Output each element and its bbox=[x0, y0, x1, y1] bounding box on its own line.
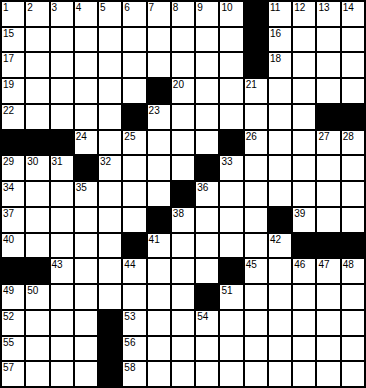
black-cell-r14c5 bbox=[99, 337, 121, 361]
white-cell-r11c14[interactable]: 47 bbox=[317, 259, 339, 283]
clue-number: 43 bbox=[52, 259, 63, 270]
white-cell-r2c14[interactable] bbox=[317, 28, 339, 52]
white-cell-r1c9[interactable]: 9 bbox=[196, 2, 218, 26]
black-cell-r10c6 bbox=[123, 234, 145, 258]
white-cell-r2c1[interactable]: 15 bbox=[2, 28, 24, 52]
black-cell-r5c6 bbox=[123, 105, 145, 129]
white-cell-r10c3[interactable] bbox=[51, 234, 73, 258]
white-cell-r10c2[interactable] bbox=[26, 234, 48, 258]
white-cell-r1c2[interactable]: 2 bbox=[26, 2, 48, 26]
white-cell-r2c3[interactable] bbox=[51, 28, 73, 52]
white-cell-r8c1[interactable]: 34 bbox=[2, 182, 24, 206]
white-cell-r3c9[interactable] bbox=[196, 53, 218, 77]
white-cell-r8c12[interactable] bbox=[269, 182, 291, 206]
white-cell-r5c4[interactable] bbox=[75, 105, 97, 129]
white-cell-r15c8[interactable] bbox=[172, 362, 194, 386]
white-cell-r7c10[interactable]: 33 bbox=[220, 156, 242, 180]
white-cell-r9c13[interactable]: 39 bbox=[293, 208, 315, 232]
clue-number: 8 bbox=[173, 2, 179, 13]
white-cell-r7c13[interactable] bbox=[293, 156, 315, 180]
white-cell-r3c3[interactable] bbox=[51, 53, 73, 77]
white-cell-r6c14[interactable]: 27 bbox=[317, 131, 339, 155]
black-cell-r8c8 bbox=[172, 182, 194, 206]
white-cell-r1c7[interactable]: 7 bbox=[148, 2, 170, 26]
white-cell-r8c3[interactable] bbox=[51, 182, 73, 206]
white-cell-r9c8[interactable]: 38 bbox=[172, 208, 194, 232]
clue-number: 23 bbox=[149, 105, 160, 116]
white-cell-r2c12[interactable]: 16 bbox=[269, 28, 291, 52]
clue-number: 44 bbox=[124, 259, 135, 270]
clue-number: 21 bbox=[246, 79, 257, 90]
white-cell-r14c4[interactable] bbox=[75, 337, 97, 361]
white-cell-r13c15[interactable] bbox=[342, 311, 364, 335]
white-cell-r9c14[interactable] bbox=[317, 208, 339, 232]
white-cell-r12c3[interactable] bbox=[51, 285, 73, 309]
clue-number: 34 bbox=[3, 182, 14, 193]
white-cell-r10c10[interactable] bbox=[220, 234, 242, 258]
white-cell-r2c8[interactable] bbox=[172, 28, 194, 52]
black-cell-r10c13 bbox=[293, 234, 315, 258]
white-cell-r13c13[interactable] bbox=[293, 311, 315, 335]
white-cell-r8c7[interactable] bbox=[148, 182, 170, 206]
white-cell-r3c1[interactable]: 17 bbox=[2, 53, 24, 77]
white-cell-r7c14[interactable] bbox=[317, 156, 339, 180]
white-cell-r6c11[interactable]: 26 bbox=[245, 131, 267, 155]
black-cell-r1c11 bbox=[245, 2, 267, 26]
white-cell-r7c15[interactable] bbox=[342, 156, 364, 180]
white-cell-r10c5[interactable] bbox=[99, 234, 121, 258]
white-cell-r15c13[interactable] bbox=[293, 362, 315, 386]
white-cell-r13c7[interactable] bbox=[148, 311, 170, 335]
white-cell-r5c10[interactable] bbox=[220, 105, 242, 129]
clue-number: 46 bbox=[294, 259, 305, 270]
white-cell-r12c2[interactable]: 50 bbox=[26, 285, 48, 309]
white-cell-r10c8[interactable] bbox=[172, 234, 194, 258]
white-cell-r14c1[interactable]: 55 bbox=[2, 337, 24, 361]
black-cell-r6c1 bbox=[2, 131, 24, 155]
white-cell-r5c13[interactable] bbox=[293, 105, 315, 129]
clue-number: 47 bbox=[318, 259, 329, 270]
white-cell-r6c9[interactable] bbox=[196, 131, 218, 155]
black-cell-r4c7 bbox=[148, 79, 170, 103]
clue-number: 29 bbox=[3, 156, 14, 167]
clue-number: 3 bbox=[52, 2, 58, 13]
white-cell-r4c13[interactable] bbox=[293, 79, 315, 103]
white-cell-r6c8[interactable] bbox=[172, 131, 194, 155]
clue-number: 52 bbox=[3, 311, 14, 322]
clue-number: 18 bbox=[270, 53, 281, 64]
white-cell-r10c4[interactable] bbox=[75, 234, 97, 258]
black-cell-r13c5 bbox=[99, 311, 121, 335]
white-cell-r15c10[interactable] bbox=[220, 362, 242, 386]
clue-number: 9 bbox=[197, 2, 203, 13]
black-cell-r11c2 bbox=[26, 259, 48, 283]
white-cell-r5c5[interactable] bbox=[99, 105, 121, 129]
white-cell-r5c12[interactable] bbox=[269, 105, 291, 129]
white-cell-r9c9[interactable] bbox=[196, 208, 218, 232]
clue-number: 28 bbox=[343, 131, 354, 142]
white-cell-r15c7[interactable] bbox=[148, 362, 170, 386]
black-cell-r6c3 bbox=[51, 131, 73, 155]
white-cell-r8c2[interactable] bbox=[26, 182, 48, 206]
white-cell-r2c15[interactable] bbox=[342, 28, 364, 52]
black-cell-r2c11 bbox=[245, 28, 267, 52]
black-cell-r5c15 bbox=[342, 105, 364, 129]
white-cell-r1c10[interactable]: 10 bbox=[220, 2, 242, 26]
black-cell-r10c15 bbox=[342, 234, 364, 258]
white-cell-r14c15[interactable] bbox=[342, 337, 364, 361]
white-cell-r4c2[interactable] bbox=[26, 79, 48, 103]
white-cell-r11c3[interactable]: 43 bbox=[51, 259, 73, 283]
white-cell-r2c10[interactable] bbox=[220, 28, 242, 52]
clue-number: 36 bbox=[197, 182, 208, 193]
white-cell-r14c11[interactable] bbox=[245, 337, 267, 361]
white-cell-r11c12[interactable] bbox=[269, 259, 291, 283]
white-cell-r1c1[interactable]: 1 bbox=[2, 2, 24, 26]
clue-number: 19 bbox=[3, 79, 14, 90]
clue-number: 45 bbox=[246, 259, 257, 270]
white-cell-r14c14[interactable] bbox=[317, 337, 339, 361]
white-cell-r10c12[interactable]: 42 bbox=[269, 234, 291, 258]
white-cell-r3c7[interactable] bbox=[148, 53, 170, 77]
clue-number: 10 bbox=[221, 2, 232, 13]
white-cell-r15c15[interactable] bbox=[342, 362, 364, 386]
white-cell-r3c10[interactable] bbox=[220, 53, 242, 77]
white-cell-r7c11[interactable] bbox=[245, 156, 267, 180]
white-cell-r8c5[interactable] bbox=[99, 182, 121, 206]
clue-number: 27 bbox=[318, 131, 329, 142]
white-cell-r7c1[interactable]: 29 bbox=[2, 156, 24, 180]
white-cell-r7c3[interactable]: 31 bbox=[51, 156, 73, 180]
white-cell-r15c14[interactable] bbox=[317, 362, 339, 386]
white-cell-r4c4[interactable] bbox=[75, 79, 97, 103]
white-cell-r3c6[interactable] bbox=[123, 53, 145, 77]
white-cell-r2c13[interactable] bbox=[293, 28, 315, 52]
white-cell-r11c9[interactable] bbox=[196, 259, 218, 283]
white-cell-r5c3[interactable] bbox=[51, 105, 73, 129]
clue-number: 55 bbox=[3, 337, 14, 348]
white-cell-r3c14[interactable] bbox=[317, 53, 339, 77]
white-cell-r2c4[interactable] bbox=[75, 28, 97, 52]
white-cell-r15c3[interactable] bbox=[51, 362, 73, 386]
white-cell-r8c13[interactable] bbox=[293, 182, 315, 206]
clue-number: 13 bbox=[318, 2, 329, 13]
white-cell-r8c10[interactable] bbox=[220, 182, 242, 206]
white-cell-r4c5[interactable] bbox=[99, 79, 121, 103]
white-cell-r8c11[interactable] bbox=[245, 182, 267, 206]
white-cell-r3c4[interactable] bbox=[75, 53, 97, 77]
white-cell-r5c1[interactable]: 22 bbox=[2, 105, 24, 129]
white-cell-r12c11[interactable] bbox=[245, 285, 267, 309]
white-cell-r12c15[interactable] bbox=[342, 285, 364, 309]
white-cell-r4c11[interactable]: 21 bbox=[245, 79, 267, 103]
white-cell-r14c7[interactable] bbox=[148, 337, 170, 361]
white-cell-r11c5[interactable] bbox=[99, 259, 121, 283]
white-cell-r6c12[interactable] bbox=[269, 131, 291, 155]
clue-number: 40 bbox=[3, 234, 14, 245]
white-cell-r13c8[interactable] bbox=[172, 311, 194, 335]
white-cell-r14c12[interactable] bbox=[269, 337, 291, 361]
white-cell-r13c11[interactable] bbox=[245, 311, 267, 335]
white-cell-r13c4[interactable] bbox=[75, 311, 97, 335]
clue-number: 30 bbox=[27, 156, 38, 167]
clue-number: 35 bbox=[76, 182, 87, 193]
clue-number: 11 bbox=[270, 2, 280, 13]
white-cell-r14c9[interactable] bbox=[196, 337, 218, 361]
white-cell-r13c12[interactable] bbox=[269, 311, 291, 335]
white-cell-r11c4[interactable] bbox=[75, 259, 97, 283]
white-cell-r9c4[interactable] bbox=[75, 208, 97, 232]
white-cell-r3c2[interactable] bbox=[26, 53, 48, 77]
black-cell-r6c2 bbox=[26, 131, 48, 155]
white-cell-r14c10[interactable] bbox=[220, 337, 242, 361]
white-cell-r8c14[interactable] bbox=[317, 182, 339, 206]
white-cell-r14c6[interactable]: 56 bbox=[123, 337, 145, 361]
white-cell-r10c11[interactable] bbox=[245, 234, 267, 258]
clue-number: 32 bbox=[100, 156, 111, 167]
black-cell-r3c11 bbox=[245, 53, 267, 77]
white-cell-r8c9[interactable]: 36 bbox=[196, 182, 218, 206]
white-cell-r3c5[interactable] bbox=[99, 53, 121, 77]
white-cell-r15c1[interactable]: 57 bbox=[2, 362, 24, 386]
white-cell-r9c15[interactable] bbox=[342, 208, 364, 232]
white-cell-r2c9[interactable] bbox=[196, 28, 218, 52]
white-cell-r2c7[interactable] bbox=[148, 28, 170, 52]
white-cell-r6c13[interactable] bbox=[293, 131, 315, 155]
clue-number: 26 bbox=[246, 131, 257, 142]
clue-number: 58 bbox=[124, 362, 135, 373]
white-cell-r2c5[interactable] bbox=[99, 28, 121, 52]
white-cell-r11c15[interactable]: 48 bbox=[342, 259, 364, 283]
black-cell-r11c10 bbox=[220, 259, 242, 283]
white-cell-r12c12[interactable] bbox=[269, 285, 291, 309]
black-cell-r10c14 bbox=[317, 234, 339, 258]
white-cell-r12c6[interactable] bbox=[123, 285, 145, 309]
black-cell-r9c12 bbox=[269, 208, 291, 232]
white-cell-r13c10[interactable] bbox=[220, 311, 242, 335]
white-cell-r13c3[interactable] bbox=[51, 311, 73, 335]
white-cell-r5c2[interactable] bbox=[26, 105, 48, 129]
white-cell-r14c8[interactable] bbox=[172, 337, 194, 361]
white-cell-r5c9[interactable] bbox=[196, 105, 218, 129]
clue-number: 6 bbox=[124, 2, 130, 13]
white-cell-r9c5[interactable] bbox=[99, 208, 121, 232]
white-cell-r4c3[interactable] bbox=[51, 79, 73, 103]
white-cell-r3c8[interactable] bbox=[172, 53, 194, 77]
crossword-grid: 1234567891011121314151617181920212223242… bbox=[0, 0, 366, 388]
clue-number: 24 bbox=[76, 131, 87, 142]
white-cell-r13c1[interactable]: 52 bbox=[2, 311, 24, 335]
clue-number: 33 bbox=[221, 156, 232, 167]
white-cell-r7c2[interactable]: 30 bbox=[26, 156, 48, 180]
white-cell-r1c3[interactable]: 3 bbox=[51, 2, 73, 26]
clue-number: 53 bbox=[124, 311, 135, 322]
white-cell-r9c10[interactable] bbox=[220, 208, 242, 232]
clue-number: 39 bbox=[294, 208, 305, 219]
white-cell-r3c12[interactable]: 18 bbox=[269, 53, 291, 77]
white-cell-r2c2[interactable] bbox=[26, 28, 48, 52]
white-cell-r4c9[interactable] bbox=[196, 79, 218, 103]
white-cell-r3c13[interactable] bbox=[293, 53, 315, 77]
black-cell-r5c14 bbox=[317, 105, 339, 129]
black-cell-r6c10 bbox=[220, 131, 242, 155]
black-cell-r12c9 bbox=[196, 285, 218, 309]
white-cell-r5c7[interactable]: 23 bbox=[148, 105, 170, 129]
white-cell-r12c5[interactable] bbox=[99, 285, 121, 309]
clue-number: 50 bbox=[27, 285, 38, 296]
white-cell-r9c11[interactable] bbox=[245, 208, 267, 232]
white-cell-r4c15[interactable] bbox=[342, 79, 364, 103]
clue-number: 57 bbox=[3, 362, 14, 373]
white-cell-r5c8[interactable] bbox=[172, 105, 194, 129]
clue-number: 51 bbox=[221, 285, 232, 296]
white-cell-r3c15[interactable] bbox=[342, 53, 364, 77]
white-cell-r15c12[interactable] bbox=[269, 362, 291, 386]
white-cell-r14c13[interactable] bbox=[293, 337, 315, 361]
white-cell-r15c2[interactable] bbox=[26, 362, 48, 386]
white-cell-r15c9[interactable] bbox=[196, 362, 218, 386]
white-cell-r4c1[interactable]: 19 bbox=[2, 79, 24, 103]
black-cell-r7c9 bbox=[196, 156, 218, 180]
white-cell-r1c13[interactable]: 12 bbox=[293, 2, 315, 26]
black-cell-r9c7 bbox=[148, 208, 170, 232]
white-cell-r7c8[interactable] bbox=[172, 156, 194, 180]
white-cell-r5c11[interactable] bbox=[245, 105, 267, 129]
white-cell-r8c4[interactable]: 35 bbox=[75, 182, 97, 206]
clue-number: 42 bbox=[270, 234, 281, 245]
white-cell-r15c6[interactable]: 58 bbox=[123, 362, 145, 386]
clue-number: 1 bbox=[3, 2, 9, 13]
white-cell-r1c15[interactable]: 14 bbox=[342, 2, 364, 26]
white-cell-r14c3[interactable] bbox=[51, 337, 73, 361]
white-cell-r13c2[interactable] bbox=[26, 311, 48, 335]
clue-number: 7 bbox=[149, 2, 155, 13]
white-cell-r2c6[interactable] bbox=[123, 28, 145, 52]
white-cell-r14c2[interactable] bbox=[26, 337, 48, 361]
black-cell-r11c1 bbox=[2, 259, 24, 283]
white-cell-r4c8[interactable]: 20 bbox=[172, 79, 194, 103]
clue-number: 49 bbox=[3, 285, 14, 296]
clue-number: 48 bbox=[343, 259, 354, 270]
white-cell-r1c12[interactable]: 11 bbox=[269, 2, 291, 26]
clue-number: 15 bbox=[3, 28, 14, 39]
white-cell-r9c1[interactable]: 37 bbox=[2, 208, 24, 232]
white-cell-r11c11[interactable]: 45 bbox=[245, 259, 267, 283]
clue-number: 56 bbox=[124, 337, 135, 348]
clue-number: 17 bbox=[3, 53, 14, 64]
white-cell-r7c12[interactable] bbox=[269, 156, 291, 180]
white-cell-r13c14[interactable] bbox=[317, 311, 339, 335]
white-cell-r1c4[interactable]: 4 bbox=[75, 2, 97, 26]
white-cell-r12c7[interactable] bbox=[148, 285, 170, 309]
white-cell-r15c11[interactable] bbox=[245, 362, 267, 386]
white-cell-r11c8[interactable] bbox=[172, 259, 194, 283]
white-cell-r15c4[interactable] bbox=[75, 362, 97, 386]
white-cell-r4c10[interactable] bbox=[220, 79, 242, 103]
white-cell-r6c15[interactable]: 28 bbox=[342, 131, 364, 155]
white-cell-r10c7[interactable]: 41 bbox=[148, 234, 170, 258]
white-cell-r7c7[interactable] bbox=[148, 156, 170, 180]
white-cell-r9c6[interactable] bbox=[123, 208, 145, 232]
white-cell-r4c12[interactable] bbox=[269, 79, 291, 103]
white-cell-r12c10[interactable]: 51 bbox=[220, 285, 242, 309]
white-cell-r8c6[interactable] bbox=[123, 182, 145, 206]
white-cell-r12c8[interactable] bbox=[172, 285, 194, 309]
white-cell-r7c5[interactable]: 32 bbox=[99, 156, 121, 180]
white-cell-r7c6[interactable] bbox=[123, 156, 145, 180]
white-cell-r12c14[interactable] bbox=[317, 285, 339, 309]
white-cell-r4c6[interactable] bbox=[123, 79, 145, 103]
white-cell-r11c7[interactable] bbox=[148, 259, 170, 283]
white-cell-r10c9[interactable] bbox=[196, 234, 218, 258]
white-cell-r1c6[interactable]: 6 bbox=[123, 2, 145, 26]
white-cell-r10c1[interactable]: 40 bbox=[2, 234, 24, 258]
clue-number: 16 bbox=[270, 28, 281, 39]
clue-number: 14 bbox=[343, 2, 354, 13]
clue-number: 4 bbox=[76, 2, 82, 13]
black-cell-r7c4 bbox=[75, 156, 97, 180]
white-cell-r4c14[interactable] bbox=[317, 79, 339, 103]
white-cell-r12c13[interactable] bbox=[293, 285, 315, 309]
white-cell-r13c9[interactable]: 54 bbox=[196, 311, 218, 335]
white-cell-r11c13[interactable]: 46 bbox=[293, 259, 315, 283]
clue-number: 22 bbox=[3, 105, 14, 116]
white-cell-r6c6[interactable]: 25 bbox=[123, 131, 145, 155]
white-cell-r8c15[interactable] bbox=[342, 182, 364, 206]
white-cell-r1c8[interactable]: 8 bbox=[172, 2, 194, 26]
clue-number: 38 bbox=[173, 208, 184, 219]
clue-number: 41 bbox=[149, 234, 160, 245]
white-cell-r12c1[interactable]: 49 bbox=[2, 285, 24, 309]
clue-number: 25 bbox=[124, 131, 135, 142]
clue-number: 20 bbox=[173, 79, 184, 90]
black-cell-r15c5 bbox=[99, 362, 121, 386]
white-cell-r1c5[interactable]: 5 bbox=[99, 2, 121, 26]
white-cell-r9c3[interactable] bbox=[51, 208, 73, 232]
clue-number: 5 bbox=[100, 2, 106, 13]
clue-number: 37 bbox=[3, 208, 14, 219]
white-cell-r1c14[interactable]: 13 bbox=[317, 2, 339, 26]
white-cell-r11c6[interactable]: 44 bbox=[123, 259, 145, 283]
clue-number: 54 bbox=[197, 311, 208, 322]
white-cell-r13c6[interactable]: 53 bbox=[123, 311, 145, 335]
clue-number: 31 bbox=[52, 156, 63, 167]
white-cell-r12c4[interactable] bbox=[75, 285, 97, 309]
white-cell-r6c4[interactable]: 24 bbox=[75, 131, 97, 155]
white-cell-r6c5[interactable] bbox=[99, 131, 121, 155]
clue-number: 2 bbox=[27, 2, 33, 13]
white-cell-r6c7[interactable] bbox=[148, 131, 170, 155]
white-cell-r9c2[interactable] bbox=[26, 208, 48, 232]
clue-number: 12 bbox=[294, 2, 305, 13]
